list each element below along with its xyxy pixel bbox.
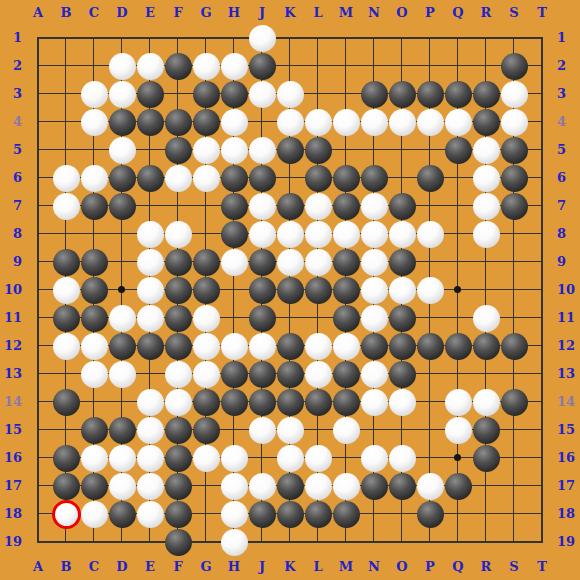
intersection-O11[interactable] <box>388 304 416 332</box>
intersection-R5[interactable] <box>472 136 500 164</box>
intersection-N7[interactable] <box>360 192 388 220</box>
intersection-A16[interactable] <box>24 444 52 472</box>
intersection-C5[interactable] <box>80 136 108 164</box>
intersection-F8[interactable] <box>164 220 192 248</box>
intersection-C8[interactable] <box>80 220 108 248</box>
intersection-B7[interactable] <box>52 192 80 220</box>
intersection-B2[interactable] <box>52 52 80 80</box>
intersection-N10[interactable] <box>360 276 388 304</box>
intersection-M15[interactable] <box>332 416 360 444</box>
intersection-N19[interactable] <box>360 528 388 556</box>
intersection-F15[interactable] <box>164 416 192 444</box>
intersection-R4[interactable] <box>472 108 500 136</box>
intersection-S9[interactable] <box>500 248 528 276</box>
intersection-Q10[interactable] <box>444 276 472 304</box>
intersection-P7[interactable] <box>416 192 444 220</box>
intersection-A7[interactable] <box>24 192 52 220</box>
intersection-M12[interactable] <box>332 332 360 360</box>
intersection-O18[interactable] <box>388 500 416 528</box>
intersection-A8[interactable] <box>24 220 52 248</box>
intersection-F2[interactable] <box>164 52 192 80</box>
intersection-P18[interactable] <box>416 500 444 528</box>
intersection-E19[interactable] <box>136 528 164 556</box>
intersection-H7[interactable] <box>220 192 248 220</box>
intersection-C17[interactable] <box>80 472 108 500</box>
intersection-B5[interactable] <box>52 136 80 164</box>
intersection-C19[interactable] <box>80 528 108 556</box>
intersection-N9[interactable] <box>360 248 388 276</box>
intersection-K14[interactable] <box>276 388 304 416</box>
intersection-Q19[interactable] <box>444 528 472 556</box>
intersection-P10[interactable] <box>416 276 444 304</box>
intersection-J5[interactable] <box>248 136 276 164</box>
intersection-A17[interactable] <box>24 472 52 500</box>
intersection-L3[interactable] <box>304 80 332 108</box>
intersection-B13[interactable] <box>52 360 80 388</box>
intersection-K19[interactable] <box>276 528 304 556</box>
intersection-Q6[interactable] <box>444 164 472 192</box>
intersection-L17[interactable] <box>304 472 332 500</box>
intersection-D13[interactable] <box>108 360 136 388</box>
intersection-M8[interactable] <box>332 220 360 248</box>
intersection-N6[interactable] <box>360 164 388 192</box>
intersection-F12[interactable] <box>164 332 192 360</box>
intersection-B8[interactable] <box>52 220 80 248</box>
intersection-P13[interactable] <box>416 360 444 388</box>
intersection-L2[interactable] <box>304 52 332 80</box>
intersection-G2[interactable] <box>192 52 220 80</box>
intersection-J18[interactable] <box>248 500 276 528</box>
intersection-P19[interactable] <box>416 528 444 556</box>
intersection-A3[interactable] <box>24 80 52 108</box>
intersection-J17[interactable] <box>248 472 276 500</box>
intersection-M17[interactable] <box>332 472 360 500</box>
intersection-S12[interactable] <box>500 332 528 360</box>
intersection-M7[interactable] <box>332 192 360 220</box>
intersection-F10[interactable] <box>164 276 192 304</box>
intersection-C10[interactable] <box>80 276 108 304</box>
intersection-G3[interactable] <box>192 80 220 108</box>
intersection-D19[interactable] <box>108 528 136 556</box>
intersection-T4[interactable] <box>528 108 556 136</box>
intersection-B17[interactable] <box>52 472 80 500</box>
intersection-R10[interactable] <box>472 276 500 304</box>
intersection-A15[interactable] <box>24 416 52 444</box>
intersection-Q8[interactable] <box>444 220 472 248</box>
intersection-L7[interactable] <box>304 192 332 220</box>
intersection-O16[interactable] <box>388 444 416 472</box>
intersection-D14[interactable] <box>108 388 136 416</box>
intersection-T17[interactable] <box>528 472 556 500</box>
intersection-O14[interactable] <box>388 388 416 416</box>
intersection-B11[interactable] <box>52 304 80 332</box>
intersection-J14[interactable] <box>248 388 276 416</box>
intersection-Q1[interactable] <box>444 24 472 52</box>
intersection-G13[interactable] <box>192 360 220 388</box>
intersection-G7[interactable] <box>192 192 220 220</box>
intersection-D2[interactable] <box>108 52 136 80</box>
intersection-G18[interactable] <box>192 500 220 528</box>
intersection-T12[interactable] <box>528 332 556 360</box>
intersection-P2[interactable] <box>416 52 444 80</box>
intersection-D5[interactable] <box>108 136 136 164</box>
intersection-G15[interactable] <box>192 416 220 444</box>
intersection-N16[interactable] <box>360 444 388 472</box>
intersection-H12[interactable] <box>220 332 248 360</box>
intersection-F19[interactable] <box>164 528 192 556</box>
intersection-B19[interactable] <box>52 528 80 556</box>
intersection-H16[interactable] <box>220 444 248 472</box>
intersection-B14[interactable] <box>52 388 80 416</box>
intersection-J10[interactable] <box>248 276 276 304</box>
intersection-D18[interactable] <box>108 500 136 528</box>
intersection-A10[interactable] <box>24 276 52 304</box>
intersection-S2[interactable] <box>500 52 528 80</box>
intersection-O4[interactable] <box>388 108 416 136</box>
intersection-F4[interactable] <box>164 108 192 136</box>
intersection-D1[interactable] <box>108 24 136 52</box>
intersection-O6[interactable] <box>388 164 416 192</box>
intersection-A19[interactable] <box>24 528 52 556</box>
intersection-C15[interactable] <box>80 416 108 444</box>
intersection-G19[interactable] <box>192 528 220 556</box>
intersection-T9[interactable] <box>528 248 556 276</box>
intersection-Q9[interactable] <box>444 248 472 276</box>
intersection-H5[interactable] <box>220 136 248 164</box>
intersection-Q16[interactable] <box>444 444 472 472</box>
intersection-A6[interactable] <box>24 164 52 192</box>
intersection-G8[interactable] <box>192 220 220 248</box>
intersection-G5[interactable] <box>192 136 220 164</box>
intersection-T8[interactable] <box>528 220 556 248</box>
intersection-K10[interactable] <box>276 276 304 304</box>
intersection-O12[interactable] <box>388 332 416 360</box>
intersection-J3[interactable] <box>248 80 276 108</box>
intersection-R9[interactable] <box>472 248 500 276</box>
intersection-E2[interactable] <box>136 52 164 80</box>
intersection-H11[interactable] <box>220 304 248 332</box>
intersection-J15[interactable] <box>248 416 276 444</box>
intersection-S19[interactable] <box>500 528 528 556</box>
intersection-Q4[interactable] <box>444 108 472 136</box>
intersection-M11[interactable] <box>332 304 360 332</box>
intersection-A13[interactable] <box>24 360 52 388</box>
intersection-C12[interactable] <box>80 332 108 360</box>
intersection-R18[interactable] <box>472 500 500 528</box>
intersection-K5[interactable] <box>276 136 304 164</box>
intersection-E18[interactable] <box>136 500 164 528</box>
intersection-O1[interactable] <box>388 24 416 52</box>
intersection-O19[interactable] <box>388 528 416 556</box>
intersection-E12[interactable] <box>136 332 164 360</box>
intersection-L11[interactable] <box>304 304 332 332</box>
intersection-G16[interactable] <box>192 444 220 472</box>
intersection-K7[interactable] <box>276 192 304 220</box>
intersection-S18[interactable] <box>500 500 528 528</box>
intersection-H8[interactable] <box>220 220 248 248</box>
intersection-P15[interactable] <box>416 416 444 444</box>
intersection-Q11[interactable] <box>444 304 472 332</box>
intersection-O10[interactable] <box>388 276 416 304</box>
intersection-T18[interactable] <box>528 500 556 528</box>
intersection-F13[interactable] <box>164 360 192 388</box>
intersection-B16[interactable] <box>52 444 80 472</box>
intersection-R3[interactable] <box>472 80 500 108</box>
intersection-E16[interactable] <box>136 444 164 472</box>
intersection-P9[interactable] <box>416 248 444 276</box>
intersection-D17[interactable] <box>108 472 136 500</box>
intersection-E10[interactable] <box>136 276 164 304</box>
intersection-H19[interactable] <box>220 528 248 556</box>
intersection-R13[interactable] <box>472 360 500 388</box>
intersection-D8[interactable] <box>108 220 136 248</box>
intersection-A1[interactable] <box>24 24 52 52</box>
intersection-D7[interactable] <box>108 192 136 220</box>
intersection-T16[interactable] <box>528 444 556 472</box>
intersection-Q2[interactable] <box>444 52 472 80</box>
intersection-A12[interactable] <box>24 332 52 360</box>
intersection-S15[interactable] <box>500 416 528 444</box>
intersection-C2[interactable] <box>80 52 108 80</box>
intersection-F6[interactable] <box>164 164 192 192</box>
intersection-T15[interactable] <box>528 416 556 444</box>
intersection-L16[interactable] <box>304 444 332 472</box>
intersection-C9[interactable] <box>80 248 108 276</box>
intersection-O5[interactable] <box>388 136 416 164</box>
intersection-N4[interactable] <box>360 108 388 136</box>
intersection-E6[interactable] <box>136 164 164 192</box>
intersection-C16[interactable] <box>80 444 108 472</box>
intersection-M14[interactable] <box>332 388 360 416</box>
intersection-D4[interactable] <box>108 108 136 136</box>
intersection-E11[interactable] <box>136 304 164 332</box>
intersection-C18[interactable] <box>80 500 108 528</box>
intersection-M5[interactable] <box>332 136 360 164</box>
intersection-B4[interactable] <box>52 108 80 136</box>
intersection-Q5[interactable] <box>444 136 472 164</box>
intersection-R7[interactable] <box>472 192 500 220</box>
intersection-G12[interactable] <box>192 332 220 360</box>
intersection-H9[interactable] <box>220 248 248 276</box>
intersection-H6[interactable] <box>220 164 248 192</box>
intersection-F3[interactable] <box>164 80 192 108</box>
intersection-A18[interactable] <box>24 500 52 528</box>
intersection-O13[interactable] <box>388 360 416 388</box>
intersection-F11[interactable] <box>164 304 192 332</box>
intersection-R6[interactable] <box>472 164 500 192</box>
intersection-Q17[interactable] <box>444 472 472 500</box>
intersection-D11[interactable] <box>108 304 136 332</box>
intersection-H1[interactable] <box>220 24 248 52</box>
intersection-L19[interactable] <box>304 528 332 556</box>
intersection-P5[interactable] <box>416 136 444 164</box>
intersection-F7[interactable] <box>164 192 192 220</box>
intersection-T13[interactable] <box>528 360 556 388</box>
intersection-N17[interactable] <box>360 472 388 500</box>
intersection-O15[interactable] <box>388 416 416 444</box>
intersection-M6[interactable] <box>332 164 360 192</box>
intersection-H15[interactable] <box>220 416 248 444</box>
intersection-E1[interactable] <box>136 24 164 52</box>
intersection-L1[interactable] <box>304 24 332 52</box>
intersection-M18[interactable] <box>332 500 360 528</box>
intersection-F5[interactable] <box>164 136 192 164</box>
intersection-D6[interactable] <box>108 164 136 192</box>
intersection-J1[interactable] <box>248 24 276 52</box>
intersection-B3[interactable] <box>52 80 80 108</box>
intersection-F1[interactable] <box>164 24 192 52</box>
intersection-A2[interactable] <box>24 52 52 80</box>
intersection-R14[interactable] <box>472 388 500 416</box>
intersection-F16[interactable] <box>164 444 192 472</box>
intersection-B18[interactable] <box>52 500 80 528</box>
intersection-C7[interactable] <box>80 192 108 220</box>
intersection-Q14[interactable] <box>444 388 472 416</box>
intersection-F18[interactable] <box>164 500 192 528</box>
intersection-L5[interactable] <box>304 136 332 164</box>
intersection-Q13[interactable] <box>444 360 472 388</box>
intersection-T6[interactable] <box>528 164 556 192</box>
intersection-K3[interactable] <box>276 80 304 108</box>
intersection-M2[interactable] <box>332 52 360 80</box>
intersection-J12[interactable] <box>248 332 276 360</box>
intersection-E3[interactable] <box>136 80 164 108</box>
intersection-Q3[interactable] <box>444 80 472 108</box>
intersection-A4[interactable] <box>24 108 52 136</box>
intersection-G17[interactable] <box>192 472 220 500</box>
intersection-H14[interactable] <box>220 388 248 416</box>
intersection-L8[interactable] <box>304 220 332 248</box>
intersection-K18[interactable] <box>276 500 304 528</box>
intersection-G4[interactable] <box>192 108 220 136</box>
intersection-L18[interactable] <box>304 500 332 528</box>
intersection-N12[interactable] <box>360 332 388 360</box>
intersection-A11[interactable] <box>24 304 52 332</box>
intersection-O17[interactable] <box>388 472 416 500</box>
intersection-K2[interactable] <box>276 52 304 80</box>
intersection-T14[interactable] <box>528 388 556 416</box>
intersection-R15[interactable] <box>472 416 500 444</box>
intersection-J4[interactable] <box>248 108 276 136</box>
intersection-S8[interactable] <box>500 220 528 248</box>
intersection-M19[interactable] <box>332 528 360 556</box>
intersection-J8[interactable] <box>248 220 276 248</box>
intersection-C1[interactable] <box>80 24 108 52</box>
intersection-M9[interactable] <box>332 248 360 276</box>
intersection-B12[interactable] <box>52 332 80 360</box>
intersection-F9[interactable] <box>164 248 192 276</box>
intersection-H17[interactable] <box>220 472 248 500</box>
intersection-L12[interactable] <box>304 332 332 360</box>
intersection-A5[interactable] <box>24 136 52 164</box>
intersection-K1[interactable] <box>276 24 304 52</box>
intersection-G11[interactable] <box>192 304 220 332</box>
intersection-B1[interactable] <box>52 24 80 52</box>
intersection-N18[interactable] <box>360 500 388 528</box>
intersection-R19[interactable] <box>472 528 500 556</box>
intersection-F17[interactable] <box>164 472 192 500</box>
intersection-J2[interactable] <box>248 52 276 80</box>
intersection-J9[interactable] <box>248 248 276 276</box>
intersection-S6[interactable] <box>500 164 528 192</box>
intersection-P11[interactable] <box>416 304 444 332</box>
intersection-Q12[interactable] <box>444 332 472 360</box>
intersection-Q18[interactable] <box>444 500 472 528</box>
intersection-S11[interactable] <box>500 304 528 332</box>
intersection-N1[interactable] <box>360 24 388 52</box>
intersection-G9[interactable] <box>192 248 220 276</box>
intersection-C13[interactable] <box>80 360 108 388</box>
intersection-S13[interactable] <box>500 360 528 388</box>
intersection-S3[interactable] <box>500 80 528 108</box>
intersection-H2[interactable] <box>220 52 248 80</box>
intersection-B9[interactable] <box>52 248 80 276</box>
intersection-N2[interactable] <box>360 52 388 80</box>
intersection-Q7[interactable] <box>444 192 472 220</box>
intersection-N8[interactable] <box>360 220 388 248</box>
intersection-N14[interactable] <box>360 388 388 416</box>
intersection-T19[interactable] <box>528 528 556 556</box>
intersection-C14[interactable] <box>80 388 108 416</box>
intersection-E5[interactable] <box>136 136 164 164</box>
intersection-K12[interactable] <box>276 332 304 360</box>
intersection-N5[interactable] <box>360 136 388 164</box>
intersection-K9[interactable] <box>276 248 304 276</box>
intersection-B15[interactable] <box>52 416 80 444</box>
intersection-C6[interactable] <box>80 164 108 192</box>
intersection-P8[interactable] <box>416 220 444 248</box>
intersection-E7[interactable] <box>136 192 164 220</box>
intersection-E8[interactable] <box>136 220 164 248</box>
intersection-C11[interactable] <box>80 304 108 332</box>
intersection-M1[interactable] <box>332 24 360 52</box>
intersection-Q15[interactable] <box>444 416 472 444</box>
intersection-E4[interactable] <box>136 108 164 136</box>
intersection-E17[interactable] <box>136 472 164 500</box>
intersection-T2[interactable] <box>528 52 556 80</box>
intersection-R2[interactable] <box>472 52 500 80</box>
intersection-T7[interactable] <box>528 192 556 220</box>
intersection-N3[interactable] <box>360 80 388 108</box>
intersection-P12[interactable] <box>416 332 444 360</box>
intersection-K15[interactable] <box>276 416 304 444</box>
intersection-J7[interactable] <box>248 192 276 220</box>
intersection-G6[interactable] <box>192 164 220 192</box>
intersection-T11[interactable] <box>528 304 556 332</box>
intersection-P1[interactable] <box>416 24 444 52</box>
intersection-E15[interactable] <box>136 416 164 444</box>
intersection-T1[interactable] <box>528 24 556 52</box>
intersection-P17[interactable] <box>416 472 444 500</box>
intersection-H4[interactable] <box>220 108 248 136</box>
intersection-N13[interactable] <box>360 360 388 388</box>
intersection-L6[interactable] <box>304 164 332 192</box>
intersection-K11[interactable] <box>276 304 304 332</box>
intersection-R16[interactable] <box>472 444 500 472</box>
intersection-S4[interactable] <box>500 108 528 136</box>
intersection-D16[interactable] <box>108 444 136 472</box>
intersection-D15[interactable] <box>108 416 136 444</box>
intersection-P3[interactable] <box>416 80 444 108</box>
intersection-S10[interactable] <box>500 276 528 304</box>
intersection-A9[interactable] <box>24 248 52 276</box>
intersection-A14[interactable] <box>24 388 52 416</box>
intersection-J19[interactable] <box>248 528 276 556</box>
intersection-L10[interactable] <box>304 276 332 304</box>
intersection-O2[interactable] <box>388 52 416 80</box>
intersection-G10[interactable] <box>192 276 220 304</box>
intersection-K13[interactable] <box>276 360 304 388</box>
